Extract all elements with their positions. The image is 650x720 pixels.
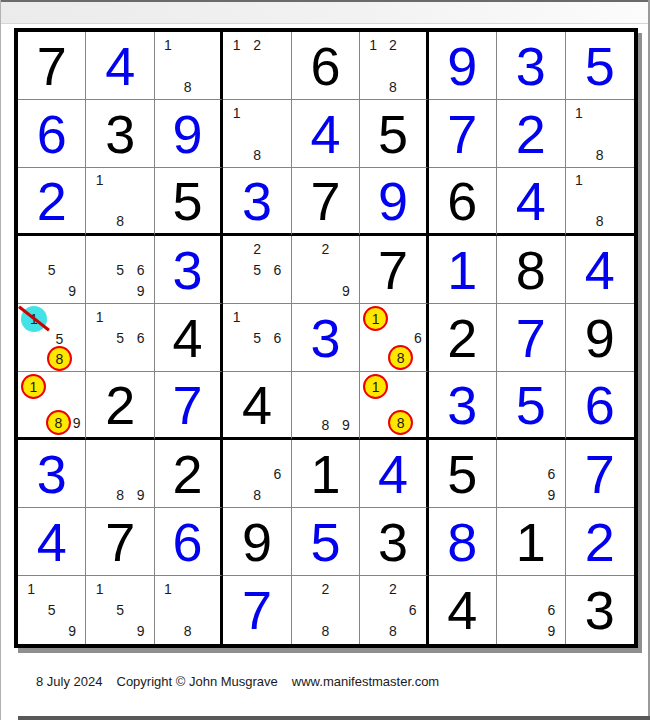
cell-r7c8[interactable]: 69 <box>497 440 565 508</box>
candidate-slot <box>295 259 315 280</box>
cell-r5c9[interactable]: 9 <box>566 304 634 372</box>
candidate-slot <box>521 484 541 505</box>
candidate-grid: 268 <box>363 578 422 642</box>
candidate-slot: 2 <box>315 238 335 259</box>
candidate-highlight-yellow: 1 <box>363 306 388 331</box>
candidate-slot <box>247 123 267 144</box>
candidate-digit: 8 <box>184 624 192 638</box>
candidate-slot: 6 <box>541 599 561 620</box>
candidate-digit: 8 <box>116 214 124 228</box>
solved-digit: 6 <box>585 378 615 432</box>
cell-r3c6[interactable]: 9 <box>360 168 428 236</box>
candidate-digit: 5 <box>116 331 124 345</box>
candidate-highlight-yellow: 8 <box>47 346 72 371</box>
candidate-digit: 8 <box>55 416 63 430</box>
candidate-slot <box>500 621 520 642</box>
candidate-slot <box>178 34 198 55</box>
candidate-slot: 5 <box>110 259 130 280</box>
cell-r6c9[interactable]: 6 <box>566 372 634 440</box>
candidate-digit: 5 <box>48 603 56 617</box>
cell-r3c3[interactable]: 5 <box>155 168 223 236</box>
candidate-slot: 8 <box>178 76 198 97</box>
candidate-slot <box>363 410 388 435</box>
candidate-slot <box>315 394 335 414</box>
candidate-slot <box>336 374 356 394</box>
candidate-grid: 69 <box>500 578 561 642</box>
candidate-slot <box>72 346 82 371</box>
window-top-bar <box>0 0 650 24</box>
candidate-slot <box>21 599 41 620</box>
candidate-grid: 89 <box>295 374 356 435</box>
candidate-digit: 6 <box>547 603 555 617</box>
candidate-digit: 9 <box>68 624 76 638</box>
cell-r1c4[interactable]: 12 <box>223 32 291 100</box>
candidate-slot <box>413 410 422 435</box>
given-digit: 5 <box>378 107 408 161</box>
cell-r9c6[interactable]: 268 <box>360 576 428 644</box>
candidate-slot <box>295 394 315 414</box>
cell-r6c8[interactable]: 5 <box>497 372 565 440</box>
cell-r9c2[interactable]: 159 <box>86 576 154 644</box>
cell-r4c5[interactable]: 29 <box>292 236 360 304</box>
cell-r4c7[interactable]: 1 <box>429 236 497 304</box>
candidate-slot <box>403 76 423 97</box>
given-digit: 3 <box>105 107 135 161</box>
candidate-slot: 2 <box>315 578 335 599</box>
cell-r6c5[interactable]: 89 <box>292 372 360 440</box>
candidate-slot <box>62 238 82 259</box>
cell-r7c7[interactable]: 5 <box>429 440 497 508</box>
candidate-slot <box>315 599 335 620</box>
candidate-slot <box>226 55 246 76</box>
candidate-slot <box>521 578 541 599</box>
candidate-grid: 68 <box>226 442 287 505</box>
given-digit: 7 <box>37 39 67 93</box>
cell-r5c6[interactable]: 168 <box>360 304 428 372</box>
candidate-slot: 8 <box>178 621 198 642</box>
candidate-slot: 8 <box>315 415 335 435</box>
cell-r3c1[interactable]: 2 <box>18 168 86 236</box>
candidate-slot <box>110 348 130 369</box>
candidate-slot <box>315 280 335 301</box>
candidate-grid: 18 <box>569 102 631 165</box>
cell-r7c5[interactable]: 1 <box>292 440 360 508</box>
cell-r2c4[interactable]: 18 <box>223 100 291 168</box>
cell-r9c7[interactable]: 4 <box>429 576 497 644</box>
candidate-slot <box>295 280 315 301</box>
candidate-slot: 8 <box>589 211 610 231</box>
candidate-digit: 6 <box>409 603 417 617</box>
given-digit: 4 <box>173 311 203 365</box>
candidate-slot: 9 <box>541 621 561 642</box>
candidate-slot: 9 <box>130 484 150 505</box>
candidate-slot <box>62 259 82 280</box>
cell-r4c3[interactable]: 3 <box>155 236 223 304</box>
candidate-slot <box>247 280 267 301</box>
candidate-slot: 8 <box>315 621 335 642</box>
candidate-slot <box>247 306 267 327</box>
cell-r6c7[interactable]: 3 <box>429 372 497 440</box>
candidate-slot <box>267 76 287 97</box>
candidate-slot <box>267 144 287 165</box>
cell-r9c9[interactable]: 3 <box>566 576 634 644</box>
cell-r7c4[interactable]: 68 <box>223 440 291 508</box>
cell-r1c1[interactable]: 7 <box>18 32 86 100</box>
cell-r9c8[interactable]: 69 <box>497 576 565 644</box>
candidate-slot <box>383 55 403 76</box>
given-digit: 2 <box>173 447 203 501</box>
candidate-digit: 1 <box>96 582 104 596</box>
candidate-slot: 2 <box>247 238 267 259</box>
candidate-slot: 6 <box>413 331 422 345</box>
candidate-slot <box>569 211 590 231</box>
cell-r5c4[interactable]: 156 <box>223 304 291 372</box>
candidate-slot: 6 <box>130 327 150 348</box>
cell-r4c9[interactable]: 4 <box>566 236 634 304</box>
candidate-slot <box>198 621 218 642</box>
cell-r1c7[interactable]: 9 <box>429 32 497 100</box>
cell-r1c5[interactable]: 6 <box>292 32 360 100</box>
candidate-slot: 8 <box>589 144 610 165</box>
candidate-slot <box>71 399 82 410</box>
cell-r7c9[interactable]: 7 <box>566 440 634 508</box>
cell-r5c2[interactable]: 156 <box>86 304 154 372</box>
cell-r2c1[interactable]: 6 <box>18 100 86 168</box>
candidate-slot <box>247 348 267 369</box>
given-digit: 7 <box>105 515 135 569</box>
candidate-slot <box>267 442 287 463</box>
cell-r1c3[interactable]: 18 <box>155 32 223 100</box>
cell-r2c5[interactable]: 4 <box>292 100 360 168</box>
candidate-slot <box>247 463 267 484</box>
candidate-grid: 12 <box>226 34 287 97</box>
candidate-slot <box>41 621 61 642</box>
candidate-digit: 1 <box>233 106 241 120</box>
candidate-slot: 9 <box>336 280 356 301</box>
cell-r6c2[interactable]: 2 <box>86 372 154 440</box>
candidate-slot: 1 <box>89 306 109 327</box>
candidate-slot <box>388 331 413 345</box>
solved-digit: 3 <box>37 447 67 501</box>
candidate-slot: 8 <box>388 345 413 370</box>
cell-r8c5[interactable]: 5 <box>292 508 360 576</box>
candidate-slot <box>589 170 610 190</box>
cell-r8c1[interactable]: 4 <box>18 508 86 576</box>
cell-r8c9[interactable]: 2 <box>566 508 634 576</box>
candidate-slot <box>89 442 109 463</box>
candidate-slot <box>21 259 41 280</box>
candidate-digit: 1 <box>575 106 583 120</box>
cell-r6c1[interactable]: 189 <box>18 372 86 440</box>
candidate-slot <box>198 599 218 620</box>
candidate-slot <box>336 578 356 599</box>
solved-digit: 2 <box>585 515 615 569</box>
cell-r2c9[interactable]: 18 <box>566 100 634 168</box>
candidate-slot: 5 <box>47 332 72 346</box>
candidate-slot <box>413 306 422 331</box>
solved-digit: 7 <box>516 311 546 365</box>
candidate-slot <box>46 374 71 399</box>
cell-r7c1[interactable]: 3 <box>18 440 86 508</box>
candidate-digit: 8 <box>389 80 397 94</box>
candidate-slot <box>89 621 109 642</box>
candidate-grid: 128 <box>363 34 422 97</box>
cell-r9c3[interactable]: 18 <box>155 576 223 644</box>
candidate-slot <box>247 55 267 76</box>
candidate-grid: 89 <box>89 442 150 505</box>
candidate-slot <box>363 55 383 76</box>
candidate-slot: 1 <box>21 306 47 332</box>
candidate-slot: 1 <box>226 306 246 327</box>
cell-r8c4[interactable]: 9 <box>223 508 291 576</box>
cell-r8c6[interactable]: 3 <box>360 508 428 576</box>
given-digit: 8 <box>516 243 546 297</box>
candidate-slot: 1 <box>158 34 178 55</box>
candidate-grid: 256 <box>226 238 287 301</box>
solved-digit: 4 <box>310 107 340 161</box>
candidate-digit: 1 <box>27 582 35 596</box>
given-digit: 7 <box>378 243 408 297</box>
cell-r6c3[interactable]: 7 <box>155 372 223 440</box>
candidate-slot: 1 <box>363 34 383 55</box>
candidate-slot: 8 <box>46 410 71 435</box>
candidate-digit: 5 <box>56 332 64 346</box>
candidate-digit: 8 <box>116 488 124 502</box>
cell-r1c2[interactable]: 4 <box>86 32 154 100</box>
candidate-digit: 1 <box>575 173 583 187</box>
given-digit: 3 <box>378 515 408 569</box>
cell-r2c6[interactable]: 5 <box>360 100 428 168</box>
given-digit: 7 <box>310 174 340 228</box>
solved-digit: 5 <box>516 378 546 432</box>
candidate-slot: 8 <box>388 410 413 435</box>
candidate-slot <box>363 599 383 620</box>
candidate-slot <box>267 484 287 505</box>
candidate-slot: 1 <box>89 170 109 190</box>
cell-r2c7[interactable]: 7 <box>429 100 497 168</box>
candidate-slot: 5 <box>247 327 267 348</box>
candidate-grid: 18 <box>89 170 150 231</box>
cell-r1c8[interactable]: 3 <box>497 32 565 100</box>
solved-digit: 5 <box>310 515 340 569</box>
candidate-slot: 1 <box>226 34 246 55</box>
solved-digit: 9 <box>378 174 408 228</box>
candidate-slot <box>226 327 246 348</box>
candidate-slot <box>403 34 423 55</box>
candidate-slot <box>226 144 246 165</box>
cell-r7c6[interactable]: 4 <box>360 440 428 508</box>
candidate-slot: 6 <box>403 599 423 620</box>
candidate-slot <box>130 578 150 599</box>
candidate-digit: 6 <box>414 331 422 345</box>
cell-r9c4[interactable]: 7 <box>223 576 291 644</box>
solved-digit: 2 <box>37 174 67 228</box>
candidate-digit: 8 <box>389 624 397 638</box>
candidate-slot: 1 <box>569 102 590 123</box>
candidate-slot: 6 <box>130 259 150 280</box>
cell-r5c1[interactable]: 158 <box>18 304 86 372</box>
candidate-highlight-yellow: 1 <box>363 374 388 399</box>
candidate-highlight-yellow: 8 <box>388 410 413 435</box>
candidate-digit: 1 <box>164 582 172 596</box>
candidate-slot <box>610 190 631 210</box>
solved-digit: 4 <box>516 174 546 228</box>
candidate-grid: 156 <box>226 306 287 369</box>
candidate-slot <box>89 190 109 210</box>
cell-r1c9[interactable]: 5 <box>566 32 634 100</box>
candidate-slot <box>267 238 287 259</box>
candidate-slot <box>267 306 287 327</box>
candidate-grid: 18 <box>158 578 217 642</box>
candidate-digit: 8 <box>596 148 604 162</box>
cell-r5c5[interactable]: 3 <box>292 304 360 372</box>
candidate-digit: 5 <box>253 331 261 345</box>
cell-r3c7[interactable]: 6 <box>429 168 497 236</box>
candidate-digit: 9 <box>68 284 76 298</box>
candidate-slot <box>388 306 413 331</box>
candidate-slot <box>541 442 561 463</box>
cell-r4c6[interactable]: 7 <box>360 236 428 304</box>
candidate-slot <box>130 211 150 231</box>
candidate-slot <box>589 102 610 123</box>
candidate-slot: 1 <box>21 578 41 599</box>
candidate-slot <box>110 306 130 327</box>
candidate-slot <box>388 399 413 410</box>
candidate-digit: 8 <box>253 148 261 162</box>
solved-digit: 9 <box>173 107 203 161</box>
candidate-digit: 9 <box>73 416 81 430</box>
candidate-slot: 9 <box>130 621 150 642</box>
cell-r3c4[interactable]: 3 <box>223 168 291 236</box>
cell-r9c5[interactable]: 28 <box>292 576 360 644</box>
candidate-digit: 9 <box>137 624 145 638</box>
candidate-digit: 8 <box>253 488 261 502</box>
candidate-slot: 1 <box>226 102 246 123</box>
given-digit: 6 <box>447 174 477 228</box>
candidate-slot: 9 <box>130 280 150 301</box>
candidate-digit: 1 <box>233 38 241 52</box>
candidate-slot <box>72 332 82 346</box>
candidate-slot <box>413 374 422 399</box>
candidate-grid: 189 <box>21 374 82 435</box>
candidate-slot <box>500 484 520 505</box>
candidate-slot: 9 <box>62 280 82 301</box>
candidate-digit: 1 <box>96 173 104 187</box>
candidate-digit: 9 <box>547 624 555 638</box>
cell-r4c8[interactable]: 8 <box>497 236 565 304</box>
candidate-slot: 2 <box>383 578 403 599</box>
candidate-slot <box>403 621 423 642</box>
given-digit: 6 <box>310 39 340 93</box>
cell-r7c3[interactable]: 2 <box>155 440 223 508</box>
cell-r8c2[interactable]: 7 <box>86 508 154 576</box>
cell-r3c9[interactable]: 18 <box>566 168 634 236</box>
candidate-slot <box>89 599 109 620</box>
candidate-slot <box>89 280 109 301</box>
candidate-slot <box>295 621 315 642</box>
cell-r6c6[interactable]: 18 <box>360 372 428 440</box>
solved-digit: 1 <box>447 243 477 297</box>
cell-r2c3[interactable]: 9 <box>155 100 223 168</box>
candidate-digit: 8 <box>322 418 330 432</box>
solved-digit: 4 <box>378 447 408 501</box>
candidate-slot: 8 <box>110 484 130 505</box>
candidate-slot <box>198 34 218 55</box>
candidate-slot <box>130 306 150 327</box>
cell-r4c2[interactable]: 569 <box>86 236 154 304</box>
candidate-grid: 158 <box>21 306 82 369</box>
candidate-slot <box>158 621 178 642</box>
candidate-slot: 6 <box>541 463 561 484</box>
candidate-slot <box>89 259 109 280</box>
candidate-slot <box>589 123 610 144</box>
candidate-digit: 8 <box>596 214 604 228</box>
solved-digit: 3 <box>447 378 477 432</box>
candidate-slot <box>198 76 218 97</box>
candidate-grid: 18 <box>569 170 631 231</box>
candidate-slot: 8 <box>110 211 130 231</box>
candidate-slot <box>158 76 178 97</box>
cell-r3c8[interactable]: 4 <box>497 168 565 236</box>
candidate-slot <box>388 374 413 399</box>
sudoku-grid: 7418126128935639184572182185379641859569… <box>14 28 638 648</box>
candidate-slot: 2 <box>383 34 403 55</box>
candidate-slot <box>267 55 287 76</box>
candidate-slot <box>21 346 47 371</box>
cell-r1c6[interactable]: 128 <box>360 32 428 100</box>
cell-r8c8[interactable]: 1 <box>497 508 565 576</box>
candidate-slot <box>363 331 388 345</box>
cell-r3c5[interactable]: 7 <box>292 168 360 236</box>
solved-digit: 7 <box>447 107 477 161</box>
given-digit: 4 <box>242 378 272 432</box>
candidate-slot: 8 <box>383 76 403 97</box>
cell-r5c3[interactable]: 4 <box>155 304 223 372</box>
candidate-digit: 1 <box>30 312 38 326</box>
candidate-slot <box>21 399 46 410</box>
cell-r2c2[interactable]: 3 <box>86 100 154 168</box>
solved-digit: 4 <box>585 243 615 297</box>
cell-r9c1[interactable]: 159 <box>18 576 86 644</box>
candidate-slot: 1 <box>89 578 109 599</box>
cell-r4c1[interactable]: 59 <box>18 236 86 304</box>
cell-r5c8[interactable]: 7 <box>497 304 565 372</box>
candidate-slot <box>89 238 109 259</box>
candidate-slot <box>500 442 520 463</box>
candidate-slot <box>610 123 631 144</box>
candidate-grid: 569 <box>89 238 150 301</box>
candidate-slot <box>363 621 383 642</box>
cell-r8c3[interactable]: 6 <box>155 508 223 576</box>
cell-r8c7[interactable]: 8 <box>429 508 497 576</box>
candidate-digit: 8 <box>397 416 405 430</box>
frame-left-line <box>0 0 1 720</box>
candidate-slot: 5 <box>41 599 61 620</box>
cell-r5c7[interactable]: 2 <box>429 304 497 372</box>
candidate-slot <box>41 280 61 301</box>
candidate-digit: 1 <box>30 380 38 394</box>
candidate-slot <box>267 34 287 55</box>
candidate-slot: 8 <box>383 621 403 642</box>
cell-r6c4[interactable]: 4 <box>223 372 291 440</box>
given-digit: 1 <box>516 515 546 569</box>
cell-r3c2[interactable]: 18 <box>86 168 154 236</box>
cell-r2c8[interactable]: 2 <box>497 100 565 168</box>
candidate-digit: 2 <box>253 242 261 256</box>
cell-r7c2[interactable]: 89 <box>86 440 154 508</box>
candidate-slot <box>363 399 388 410</box>
cell-r4c4[interactable]: 256 <box>223 236 291 304</box>
